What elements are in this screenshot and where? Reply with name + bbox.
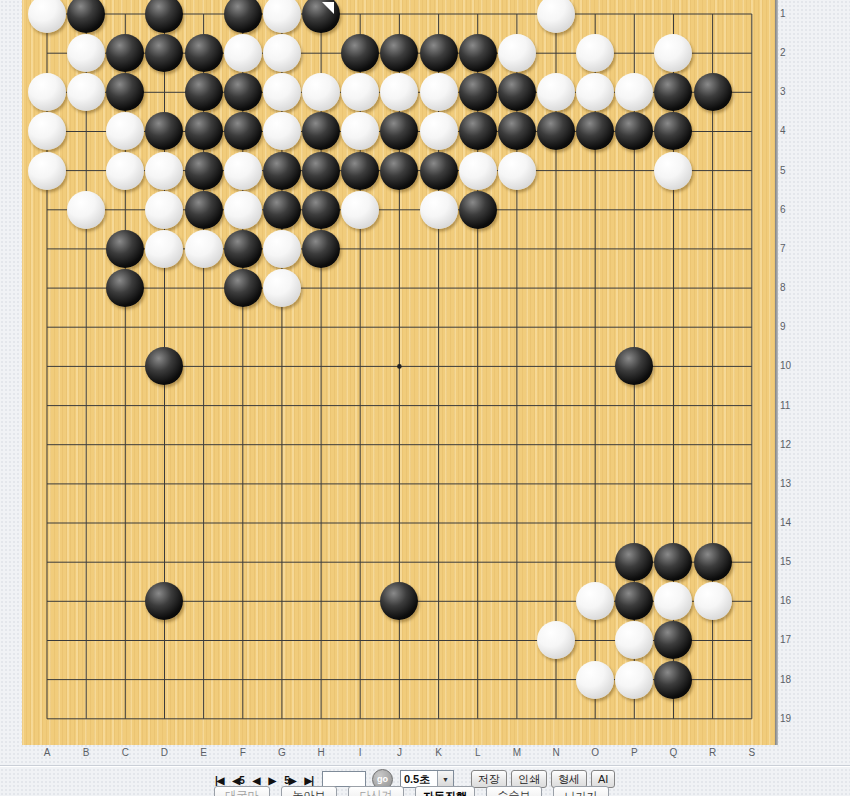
row-label-19: 19 [780, 713, 796, 724]
row-label-14: 14 [780, 517, 796, 528]
exit-button[interactable]: 나가기 [553, 786, 609, 796]
stone-white [420, 73, 458, 111]
move-number-input[interactable] [322, 771, 366, 787]
stone-black [459, 73, 497, 111]
stone-white [459, 152, 497, 190]
col-label-O: O [585, 747, 605, 758]
stone-white [263, 230, 301, 268]
stone-black [302, 0, 340, 33]
row-label-9: 9 [780, 321, 796, 332]
stone-black [185, 73, 223, 111]
stone-black [224, 112, 262, 150]
row-label-17: 17 [780, 634, 796, 645]
stone-black [224, 269, 262, 307]
auto-play-button[interactable]: 자동진행 [415, 786, 475, 796]
stone-black [498, 73, 536, 111]
stone-black [224, 73, 262, 111]
stone-black [694, 73, 732, 111]
nav-last-button[interactable]: ▶| [304, 775, 313, 786]
col-label-D: D [154, 747, 174, 758]
col-label-G: G [272, 747, 292, 758]
col-label-J: J [389, 747, 409, 758]
row-label-6: 6 [780, 204, 796, 215]
nav-first-button[interactable]: |◀ [215, 775, 224, 786]
col-label-K: K [429, 747, 449, 758]
game-window: ABCDEFGHIJKLMNOPQRS 12345678910111213141… [0, 0, 850, 796]
stone-white [420, 191, 458, 229]
col-label-S: S [742, 747, 762, 758]
chevron-down-icon[interactable]: ▼ [437, 771, 453, 787]
stone-black [263, 191, 301, 229]
delay-value: 0.5초 [401, 771, 437, 787]
stone-black [263, 152, 301, 190]
col-label-Q: Q [663, 747, 683, 758]
last-move-marker [302, 0, 340, 33]
row-label-5: 5 [780, 165, 796, 176]
col-label-I: I [350, 747, 370, 758]
stone-black [459, 191, 497, 229]
col-label-R: R [703, 747, 723, 758]
row-label-13: 13 [780, 478, 796, 489]
row-label-4: 4 [780, 125, 796, 136]
nav-back5-button[interactable]: ◀5 [233, 775, 244, 786]
stone-white [420, 112, 458, 150]
stone-white [498, 34, 536, 72]
col-label-E: E [194, 747, 214, 758]
col-label-L: L [468, 747, 488, 758]
board-edge [775, 0, 778, 745]
row-label-15: 15 [780, 556, 796, 567]
stone-white [654, 152, 692, 190]
stone-white [341, 191, 379, 229]
row-label-2: 2 [780, 47, 796, 58]
move-list-button[interactable]: 수순보기 [486, 786, 542, 796]
stone-black [459, 112, 497, 150]
row-label-10: 10 [780, 360, 796, 371]
stone-black [302, 191, 340, 229]
divider [0, 765, 850, 767]
col-label-H: H [311, 747, 331, 758]
stone-white [263, 73, 301, 111]
col-label-C: C [115, 747, 135, 758]
stone-black [224, 230, 262, 268]
row-label-8: 8 [780, 282, 796, 293]
stone-black [420, 34, 458, 72]
stone-white [498, 152, 536, 190]
col-label-A: A [37, 747, 57, 758]
stone-white [263, 34, 301, 72]
stone-white [263, 269, 301, 307]
stone-white [694, 582, 732, 620]
stone-black [694, 543, 732, 581]
stone-black [420, 152, 458, 190]
row-label-11: 11 [780, 400, 796, 411]
go-board[interactable] [22, 0, 775, 745]
stone-black [302, 152, 340, 190]
nav-back-button[interactable]: ◀ [253, 775, 260, 786]
stone-black [341, 152, 379, 190]
stone-black [106, 230, 144, 268]
stone-white [28, 152, 66, 190]
stone-white [615, 661, 653, 699]
footer-toolbar: 대국마침놓아보기다시겨룸자동진행수순보기나가기 [214, 786, 620, 796]
row-label-1: 1 [780, 8, 796, 19]
stone-white [576, 661, 614, 699]
stone-black [185, 34, 223, 72]
stone-black [459, 34, 497, 72]
stone-white [224, 152, 262, 190]
col-label-B: B [76, 747, 96, 758]
stone-white [145, 191, 183, 229]
stone-white [185, 230, 223, 268]
stone-black [302, 230, 340, 268]
stone-black [185, 152, 223, 190]
stone-white [106, 152, 144, 190]
stone-black [185, 191, 223, 229]
col-label-N: N [546, 747, 566, 758]
stone-black [380, 152, 418, 190]
row-label-12: 12 [780, 439, 796, 450]
try-moves-button[interactable]: 놓아보기 [281, 786, 337, 796]
stone-white [67, 191, 105, 229]
stone-black [654, 661, 692, 699]
row-label-7: 7 [780, 243, 796, 254]
row-label-16: 16 [780, 595, 796, 606]
row-label-18: 18 [780, 674, 796, 685]
col-label-F: F [233, 747, 253, 758]
stone-white [224, 191, 262, 229]
row-label-3: 3 [780, 86, 796, 97]
rematch-button[interactable]: 다시겨룸 [348, 786, 404, 796]
stone-black [185, 112, 223, 150]
stone-white [224, 34, 262, 72]
col-label-P: P [624, 747, 644, 758]
col-label-M: M [507, 747, 527, 758]
stone-white [145, 152, 183, 190]
nav-forward-button[interactable]: ▶ [268, 775, 275, 786]
nav-forward5-button[interactable]: 5▶ [284, 775, 295, 786]
end-game-button[interactable]: 대국마침 [214, 786, 270, 796]
